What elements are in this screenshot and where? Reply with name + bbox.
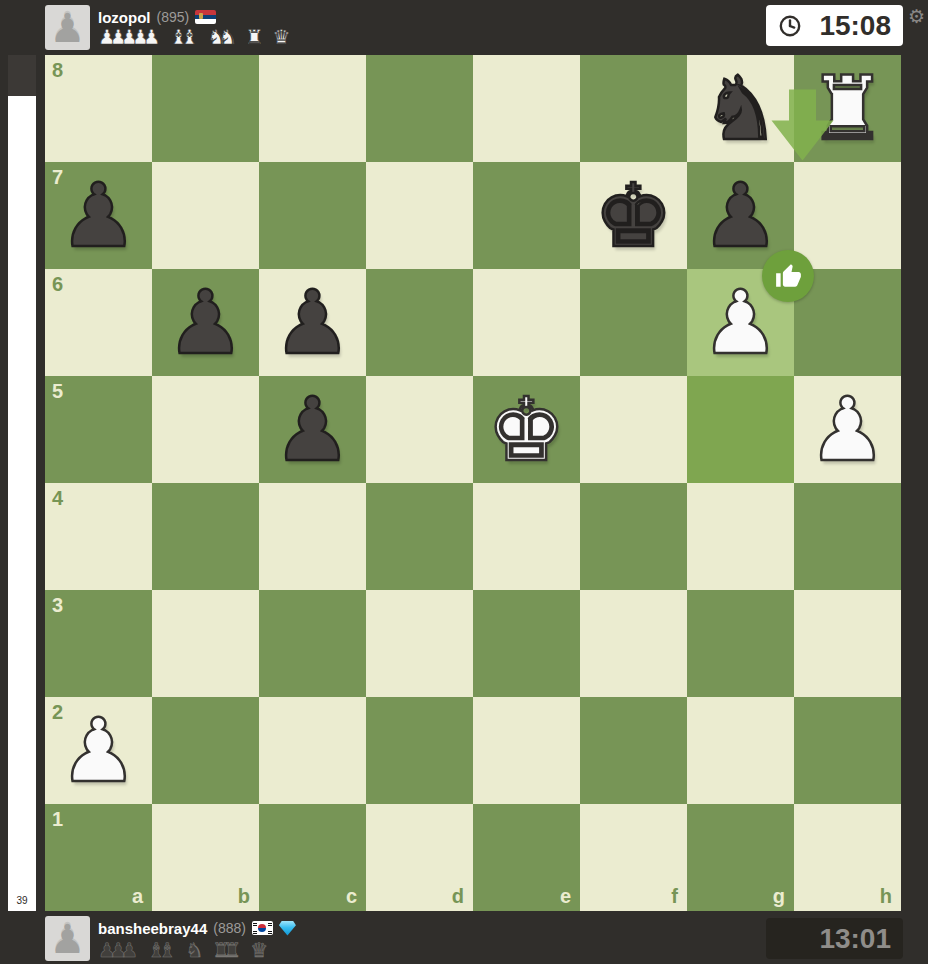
square-f7[interactable]: ♚ xyxy=(580,162,687,269)
square-c5[interactable]: ♟ xyxy=(259,376,366,483)
pawn-avatar-icon: ♟ xyxy=(50,6,86,50)
square-f6[interactable] xyxy=(580,269,687,376)
square-h8[interactable]: ♜ xyxy=(794,55,901,162)
square-e5[interactable]: ♚ xyxy=(473,376,580,483)
captured-pawns: ♟♟♟♟♟ xyxy=(98,27,160,47)
square-e7[interactable] xyxy=(473,162,580,269)
captured-rooks: ♜ xyxy=(246,27,264,47)
rank-label-6: 6 xyxy=(52,273,63,296)
rank-label-3: 3 xyxy=(52,594,63,617)
square-a3[interactable]: 3 xyxy=(45,590,152,697)
white-pawn-a2[interactable]: ♟ xyxy=(45,697,152,804)
square-a7[interactable]: 7♟ xyxy=(45,162,152,269)
square-d7[interactable] xyxy=(366,162,473,269)
bottom-player-username[interactable]: bansheebray44 xyxy=(98,920,207,937)
file-label-b: b xyxy=(238,885,250,908)
square-d1[interactable]: d xyxy=(366,804,473,911)
square-c7[interactable] xyxy=(259,162,366,269)
thumbs-up-icon xyxy=(775,263,802,290)
black-pawn-a7[interactable]: ♟ xyxy=(45,162,152,269)
file-label-c: c xyxy=(346,885,357,908)
square-b3[interactable] xyxy=(152,590,259,697)
captured-knights: ♞♞ xyxy=(208,27,237,47)
square-h4[interactable] xyxy=(794,483,901,590)
south-korea-flag-icon xyxy=(252,921,273,935)
square-c8[interactable] xyxy=(259,55,366,162)
square-e8[interactable] xyxy=(473,55,580,162)
square-c3[interactable] xyxy=(259,590,366,697)
rank-label-4: 4 xyxy=(52,487,63,510)
top-player-clock: 15:08 xyxy=(766,5,903,46)
diamond-membership-icon xyxy=(279,921,296,936)
bottom-player-clock: 13:01 xyxy=(766,918,903,959)
square-c2[interactable] xyxy=(259,697,366,804)
square-f3[interactable] xyxy=(580,590,687,697)
captured-bishops: ♝♝ xyxy=(147,940,176,960)
square-b7[interactable] xyxy=(152,162,259,269)
square-g5[interactable] xyxy=(687,376,794,483)
serbia-flag-icon xyxy=(195,10,216,24)
square-b5[interactable] xyxy=(152,376,259,483)
black-pawn-b6[interactable]: ♟ xyxy=(152,269,259,376)
square-g3[interactable] xyxy=(687,590,794,697)
bottom-clock-time: 13:01 xyxy=(819,923,891,955)
square-g4[interactable] xyxy=(687,483,794,590)
square-a4[interactable]: 4 xyxy=(45,483,152,590)
rank-label-5: 5 xyxy=(52,380,63,403)
file-label-g: g xyxy=(773,885,785,908)
black-knight-g8[interactable]: ♞ xyxy=(687,55,794,162)
square-c6[interactable]: ♟ xyxy=(259,269,366,376)
top-player-rating: (895) xyxy=(157,9,190,25)
square-e2[interactable] xyxy=(473,697,580,804)
top-player-username[interactable]: lozopol xyxy=(98,9,151,26)
white-pawn-h5[interactable]: ♟ xyxy=(794,376,901,483)
black-king-f7[interactable]: ♚ xyxy=(580,162,687,269)
white-king-e5[interactable]: ♚ xyxy=(473,376,580,483)
evaluation-bar-black-portion xyxy=(8,55,36,96)
square-h1[interactable]: h xyxy=(794,804,901,911)
bottom-player-avatar[interactable]: ♟ xyxy=(45,916,90,961)
evaluation-value: 39 xyxy=(8,895,36,906)
square-a2[interactable]: 2♟ xyxy=(45,697,152,804)
square-f1[interactable]: f xyxy=(580,804,687,911)
square-b4[interactable] xyxy=(152,483,259,590)
square-d4[interactable] xyxy=(366,483,473,590)
bottom-captured-pieces: ♟♟♟♝♝♞♜♜♛ xyxy=(98,940,268,960)
black-pawn-c6[interactable]: ♟ xyxy=(259,269,366,376)
captured-pawns: ♟♟♟ xyxy=(98,940,138,960)
square-f8[interactable] xyxy=(580,55,687,162)
square-g1[interactable]: g xyxy=(687,804,794,911)
rank-label-8: 8 xyxy=(52,59,63,82)
file-label-h: h xyxy=(880,885,892,908)
square-a5[interactable]: 5 xyxy=(45,376,152,483)
bottom-player-bar: ♟ bansheebray44 (888) ♟♟♟♝♝♞♜♜♛ 13:01 xyxy=(0,909,928,964)
captured-knights: ♞ xyxy=(185,940,203,960)
square-e4[interactable] xyxy=(473,483,580,590)
square-b6[interactable]: ♟ xyxy=(152,269,259,376)
square-d5[interactable] xyxy=(366,376,473,483)
top-player-bar: ♟ lozopol (895) ♟♟♟♟♟♝♝♞♞♜♛ 15:08 ⚙ xyxy=(0,0,928,55)
square-g8[interactable]: ♞ xyxy=(687,55,794,162)
file-label-a: a xyxy=(132,885,143,908)
pawn-avatar-icon: ♟ xyxy=(50,917,86,961)
square-h7[interactable] xyxy=(794,162,901,269)
square-a8[interactable]: 8 xyxy=(45,55,152,162)
file-label-f: f xyxy=(671,885,678,908)
square-e3[interactable] xyxy=(473,590,580,697)
rank-label-1: 1 xyxy=(52,808,63,831)
black-pawn-c5[interactable]: ♟ xyxy=(259,376,366,483)
evaluation-bar: 39 xyxy=(8,55,36,911)
square-f2[interactable] xyxy=(580,697,687,804)
captured-rooks: ♜♜ xyxy=(212,940,241,960)
square-h3[interactable] xyxy=(794,590,901,697)
top-clock-time: 15:08 xyxy=(819,10,891,42)
square-b2[interactable] xyxy=(152,697,259,804)
square-b1[interactable]: b xyxy=(152,804,259,911)
white-rook-h8[interactable]: ♜ xyxy=(794,55,901,162)
file-label-d: d xyxy=(452,885,464,908)
square-d6[interactable] xyxy=(366,269,473,376)
square-a6[interactable]: 6 xyxy=(45,269,152,376)
square-b8[interactable] xyxy=(152,55,259,162)
clock-icon xyxy=(778,14,802,38)
captured-bishops: ♝♝ xyxy=(169,27,198,47)
square-h2[interactable] xyxy=(794,697,901,804)
top-player-avatar[interactable]: ♟ xyxy=(45,5,90,50)
square-c1[interactable]: c xyxy=(259,804,366,911)
square-h5[interactable]: ♟ xyxy=(794,376,901,483)
square-d3[interactable] xyxy=(366,590,473,697)
square-g2[interactable] xyxy=(687,697,794,804)
good-move-thumbs-up-badge xyxy=(762,250,814,302)
chess-board[interactable]: 8♞♜7♟♚♟6♟♟♟5♟♚♟432♟1abcdefgh xyxy=(45,55,901,911)
square-e1[interactable]: e xyxy=(473,804,580,911)
square-d2[interactable] xyxy=(366,697,473,804)
square-a1[interactable]: 1a xyxy=(45,804,152,911)
square-d8[interactable] xyxy=(366,55,473,162)
square-f5[interactable] xyxy=(580,376,687,483)
captured-queens: ♛ xyxy=(250,940,268,960)
square-f4[interactable] xyxy=(580,483,687,590)
top-captured-pieces: ♟♟♟♟♟♝♝♞♞♜♛ xyxy=(98,27,290,47)
square-c4[interactable] xyxy=(259,483,366,590)
bottom-player-rating: (888) xyxy=(213,920,246,936)
square-e6[interactable] xyxy=(473,269,580,376)
settings-gear-icon[interactable]: ⚙ xyxy=(908,6,925,28)
file-label-e: e xyxy=(560,885,571,908)
captured-queens: ♛ xyxy=(273,27,291,47)
